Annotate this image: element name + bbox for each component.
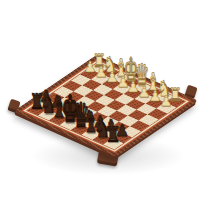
piece-black-rook[interactable]: ♜	[98, 127, 128, 144]
piece-white-pawn[interactable]: ♟	[153, 96, 179, 108]
chess-set-photo: ♜♞♝♚♛♝♞♜♟♟♟♟♟♟♟♟♟♟♟♟♟♟♟♟♜♞♝♚♛♝♞♜	[0, 0, 211, 211]
